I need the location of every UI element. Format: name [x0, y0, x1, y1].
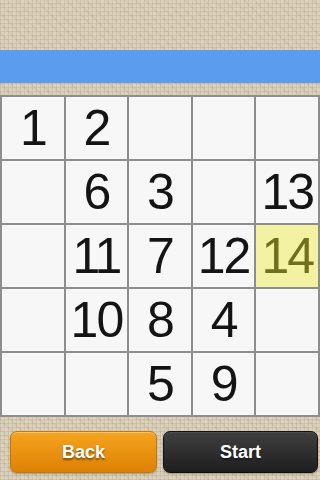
cell-r5c3[interactable]: 5	[129, 353, 191, 415]
cell-r5c2[interactable]	[66, 353, 128, 415]
puzzle-board: 1263131171214108459	[0, 95, 320, 417]
cell-r3c5[interactable]: 14	[256, 225, 318, 287]
back-button[interactable]: Back	[10, 431, 157, 473]
cell-r3c1[interactable]	[2, 225, 64, 287]
cell-r3c2[interactable]: 11	[66, 225, 128, 287]
cell-r4c2[interactable]: 10	[66, 289, 128, 351]
cell-r4c1[interactable]	[2, 289, 64, 351]
cell-r1c5[interactable]	[256, 97, 318, 159]
cell-r3c4[interactable]: 12	[193, 225, 255, 287]
cell-r5c5[interactable]	[256, 353, 318, 415]
cell-r2c1[interactable]	[2, 161, 64, 223]
cell-r1c1[interactable]: 1	[2, 97, 64, 159]
cell-r5c1[interactable]	[2, 353, 64, 415]
cell-r4c4[interactable]: 4	[193, 289, 255, 351]
title-bar	[0, 50, 320, 83]
cell-r5c4[interactable]: 9	[193, 353, 255, 415]
cell-r2c5[interactable]: 13	[256, 161, 318, 223]
start-button[interactable]: Start	[163, 431, 318, 473]
cell-r2c4[interactable]	[193, 161, 255, 223]
cell-r1c4[interactable]	[193, 97, 255, 159]
cell-r2c3[interactable]: 3	[129, 161, 191, 223]
cell-r4c5[interactable]	[256, 289, 318, 351]
cell-r4c3[interactable]: 8	[129, 289, 191, 351]
cell-r2c2[interactable]: 6	[66, 161, 128, 223]
button-bar: Back Start	[0, 431, 320, 473]
cell-r3c3[interactable]: 7	[129, 225, 191, 287]
cell-r1c2[interactable]: 2	[66, 97, 128, 159]
cell-r1c3[interactable]	[129, 97, 191, 159]
app-screen: 1263131171214108459 Back Start	[0, 0, 320, 480]
